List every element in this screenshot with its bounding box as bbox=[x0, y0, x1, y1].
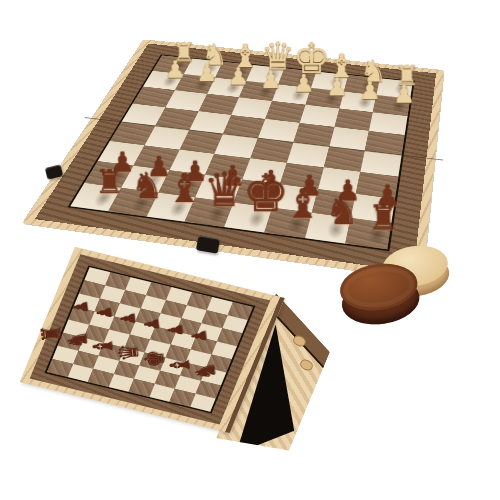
chess-piece-dark: ♞ bbox=[63, 331, 92, 350]
chess-piece-light: ♟ bbox=[287, 71, 320, 95]
board-square bbox=[150, 326, 176, 344]
chess-piece-dark: ♝ bbox=[165, 169, 205, 209]
board-square bbox=[299, 105, 339, 127]
chess-piece-dark: ♜ bbox=[363, 201, 404, 236]
board-square bbox=[89, 311, 115, 329]
hinge-pin-icon bbox=[291, 334, 307, 349]
board-square bbox=[287, 142, 329, 167]
latch-clasp-icon bbox=[196, 235, 220, 254]
board-square bbox=[175, 376, 201, 394]
chess-piece-dark: ♟ bbox=[70, 300, 91, 314]
board-square bbox=[258, 119, 299, 142]
board-square bbox=[124, 335, 150, 353]
product-photo: ♜♟♟♜♞♟♟♞♝♟♟♝♛♟♟♛♚♟♟♚♝♟♟♝♞♟♟♞♜♟♟♜ ♟♟♟♟♟♟ bbox=[0, 0, 500, 500]
board-square bbox=[222, 315, 248, 333]
chess-piece-dark: ♟ bbox=[164, 323, 185, 337]
folded-board-interior bbox=[216, 293, 330, 497]
board-square bbox=[200, 367, 226, 385]
board-square bbox=[114, 361, 140, 379]
chess-piece-dark: ♟ bbox=[188, 329, 209, 343]
chess-piece-light: ♟ bbox=[159, 58, 192, 82]
board-square bbox=[67, 364, 93, 382]
chess-piece-dark: ♛ bbox=[203, 167, 243, 214]
board-square bbox=[185, 349, 211, 367]
board-square bbox=[63, 320, 89, 338]
board-square bbox=[52, 346, 78, 364]
board-square bbox=[180, 362, 206, 380]
board-square bbox=[83, 325, 109, 343]
board-square bbox=[169, 389, 195, 407]
board-square bbox=[93, 356, 119, 374]
board-square bbox=[165, 344, 191, 362]
board-square bbox=[215, 134, 258, 158]
chess-piece-light: ♟ bbox=[254, 68, 287, 92]
board-square bbox=[217, 328, 243, 346]
board-square bbox=[130, 321, 156, 339]
main-board: ♜♟♟♜♞♟♟♞♝♟♟♝♛♟♟♛♚♟♟♚♝♟♟♝♞♟♟♞♜♟♟♜ bbox=[23, 40, 444, 280]
board-square bbox=[58, 333, 84, 351]
board-square bbox=[104, 330, 130, 348]
board-square bbox=[73, 351, 99, 369]
board-square bbox=[134, 366, 160, 384]
board-square bbox=[369, 112, 407, 135]
chess-piece-dark: ♞ bbox=[127, 167, 166, 203]
board-square bbox=[88, 369, 114, 387]
chess-piece-light: ♟ bbox=[222, 65, 255, 89]
board-square bbox=[139, 353, 165, 371]
chess-piece-dark: ♟ bbox=[117, 312, 138, 326]
checker-disc-dark bbox=[337, 259, 423, 333]
board-square bbox=[195, 381, 221, 399]
board-square bbox=[114, 303, 140, 321]
chess-piece-dark: ♝ bbox=[88, 337, 117, 356]
chess-piece-dark: ♞ bbox=[322, 192, 363, 230]
board-square bbox=[145, 339, 171, 357]
board-outer-rim: ♜♟♟♜♞♟♟♞♝♟♟♝♛♟♟♛♚♟♟♚♝♟♟♝♞♟♟♞♜♟♟♜ bbox=[23, 40, 444, 280]
board-square bbox=[170, 331, 196, 349]
board-square bbox=[191, 336, 217, 354]
board-square bbox=[129, 379, 155, 397]
board-square bbox=[160, 358, 186, 376]
board-square bbox=[98, 343, 124, 361]
board-square bbox=[47, 359, 73, 377]
main-board-grid: ♜♟♟♜♞♟♟♞♝♟♟♝♛♟♟♛♚♟♟♚♝♟♟♝♞♟♟♞♜♟♟♜ bbox=[70, 55, 412, 249]
chess-piece-dark: ♞ bbox=[191, 362, 220, 381]
board-square bbox=[227, 302, 253, 320]
board-square bbox=[94, 298, 120, 316]
chess-piece-dark: ♝ bbox=[282, 184, 323, 225]
board-square bbox=[201, 310, 227, 328]
chess-piece-dark: ♟ bbox=[93, 306, 114, 320]
board-square bbox=[323, 146, 365, 171]
board-square bbox=[109, 316, 135, 334]
board-square bbox=[211, 341, 237, 359]
chess-piece-dark: ♜ bbox=[37, 325, 66, 344]
board-square bbox=[196, 323, 222, 341]
board-square bbox=[161, 300, 187, 318]
board-square bbox=[154, 371, 180, 389]
board-square bbox=[190, 394, 216, 412]
hinge-pin-icon bbox=[298, 358, 314, 373]
chess-piece-dark: ♛ bbox=[114, 343, 143, 362]
board-square bbox=[155, 313, 181, 331]
chess-piece-light: ♟ bbox=[353, 78, 387, 103]
chess-piece-light: ♟ bbox=[190, 61, 223, 85]
chess-piece-dark: ♚ bbox=[139, 350, 168, 369]
folded-board-back-face bbox=[216, 293, 330, 497]
board-square bbox=[119, 348, 145, 366]
board-frame: ♜♟♟♜♞♟♟♞♝♟♟♝♛♟♟♛♚♟♟♚♝♟♟♝♞♟♟♞♜♟♟♜ bbox=[35, 44, 436, 272]
board-square bbox=[334, 109, 373, 131]
folded-board-frame-edge bbox=[269, 293, 330, 368]
board-square bbox=[135, 308, 161, 326]
chess-piece-dark: ♝ bbox=[165, 356, 194, 375]
board-square bbox=[68, 307, 94, 325]
board-square bbox=[206, 354, 232, 372]
board-square bbox=[176, 318, 202, 336]
board-square bbox=[108, 374, 134, 392]
board-square bbox=[78, 338, 104, 356]
board-pinstripe-border: ♜♟♟♜♞♟♟♞♝♟♟♝♛♟♟♛♚♟♟♚♝♟♟♝♞♟♟♞♜♟♟♜ bbox=[67, 54, 414, 251]
chess-piece-dark: ♜ bbox=[90, 166, 129, 199]
chess-piece-light: ♟ bbox=[387, 82, 421, 107]
board-square bbox=[181, 305, 207, 323]
board-square bbox=[365, 131, 405, 155]
chess-piece-light: ♟ bbox=[320, 75, 354, 99]
board-square bbox=[149, 384, 175, 402]
chess-piece-dark: ♟ bbox=[141, 317, 162, 331]
chess-piece-dark: ♚ bbox=[242, 167, 282, 219]
board-square bbox=[198, 94, 239, 115]
